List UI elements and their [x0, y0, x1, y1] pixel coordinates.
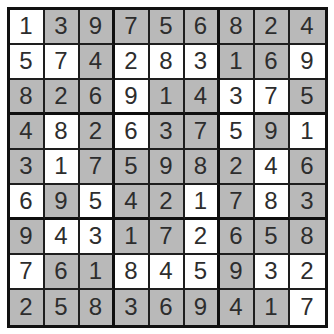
sudoku-cell-r6c5[interactable]: 2 [150, 185, 185, 220]
sudoku-cell-r6c9[interactable]: 3 [290, 185, 325, 220]
sudoku-cell-r1c4[interactable]: 7 [115, 10, 150, 45]
sudoku-cell-r2c1[interactable]: 5 [10, 45, 45, 80]
sudoku-cell-r2c9[interactable]: 9 [290, 45, 325, 80]
sudoku-cell-r2c2[interactable]: 7 [45, 45, 80, 80]
sudoku-cell-r1c8[interactable]: 2 [255, 10, 290, 45]
sudoku-cell-r8c3[interactable]: 1 [80, 255, 115, 290]
sudoku-cell-r2c3[interactable]: 4 [80, 45, 115, 80]
sudoku-cell-r5c2[interactable]: 1 [45, 150, 80, 185]
sudoku-cell-r4c7[interactable]: 5 [220, 115, 255, 150]
sudoku-cell-r2c4[interactable]: 2 [115, 45, 150, 80]
sudoku-cell-r8c8[interactable]: 3 [255, 255, 290, 290]
sudoku-cell-r3c7[interactable]: 3 [220, 80, 255, 115]
sudoku-cell-r2c7[interactable]: 1 [220, 45, 255, 80]
sudoku-cell-r7c2[interactable]: 4 [45, 220, 80, 255]
sudoku-cell-r6c1[interactable]: 6 [10, 185, 45, 220]
sudoku-cell-r4c4[interactable]: 6 [115, 115, 150, 150]
sudoku-cell-r9c5[interactable]: 6 [150, 290, 185, 325]
sudoku-cell-r7c1[interactable]: 9 [10, 220, 45, 255]
sudoku-cell-r4c9[interactable]: 1 [290, 115, 325, 150]
sudoku-cell-r7c5[interactable]: 7 [150, 220, 185, 255]
sudoku-cell-r6c6[interactable]: 1 [185, 185, 220, 220]
sudoku-cell-r9c8[interactable]: 1 [255, 290, 290, 325]
sudoku-cell-r8c5[interactable]: 4 [150, 255, 185, 290]
sudoku-cell-r8c2[interactable]: 6 [45, 255, 80, 290]
sudoku-cell-r3c9[interactable]: 5 [290, 80, 325, 115]
sudoku-cell-r6c8[interactable]: 8 [255, 185, 290, 220]
sudoku-cell-r9c6[interactable]: 9 [185, 290, 220, 325]
sudoku-cell-r8c9[interactable]: 2 [290, 255, 325, 290]
sudoku-cell-r5c6[interactable]: 8 [185, 150, 220, 185]
sudoku-cell-r4c5[interactable]: 3 [150, 115, 185, 150]
sudoku-cell-r2c8[interactable]: 6 [255, 45, 290, 80]
sudoku-cell-r9c3[interactable]: 8 [80, 290, 115, 325]
sudoku-page: 1397568245742831698269143754826375913175… [0, 0, 334, 334]
sudoku-cell-r3c4[interactable]: 9 [115, 80, 150, 115]
sudoku-cell-r5c4[interactable]: 5 [115, 150, 150, 185]
sudoku-cell-r8c7[interactable]: 9 [220, 255, 255, 290]
sudoku-cell-r9c9[interactable]: 7 [290, 290, 325, 325]
sudoku-cell-r7c9[interactable]: 8 [290, 220, 325, 255]
sudoku-cell-r4c2[interactable]: 8 [45, 115, 80, 150]
sudoku-board: 1397568245742831698269143754826375913175… [7, 7, 328, 328]
sudoku-cell-r8c4[interactable]: 8 [115, 255, 150, 290]
sudoku-cell-r3c2[interactable]: 2 [45, 80, 80, 115]
sudoku-cell-r9c1[interactable]: 2 [10, 290, 45, 325]
sudoku-cell-r7c6[interactable]: 2 [185, 220, 220, 255]
sudoku-cell-r1c5[interactable]: 5 [150, 10, 185, 45]
sudoku-cell-r3c8[interactable]: 7 [255, 80, 290, 115]
sudoku-cell-r7c8[interactable]: 5 [255, 220, 290, 255]
sudoku-cell-r4c3[interactable]: 2 [80, 115, 115, 150]
sudoku-cell-r5c7[interactable]: 2 [220, 150, 255, 185]
sudoku-cell-r2c5[interactable]: 8 [150, 45, 185, 80]
sudoku-cell-r3c3[interactable]: 6 [80, 80, 115, 115]
sudoku-cell-r1c6[interactable]: 6 [185, 10, 220, 45]
sudoku-cell-r7c7[interactable]: 6 [220, 220, 255, 255]
sudoku-cell-r1c2[interactable]: 3 [45, 10, 80, 45]
sudoku-cell-r5c1[interactable]: 3 [10, 150, 45, 185]
sudoku-cell-r1c3[interactable]: 9 [80, 10, 115, 45]
sudoku-cell-r1c7[interactable]: 8 [220, 10, 255, 45]
sudoku-cell-r4c8[interactable]: 9 [255, 115, 290, 150]
sudoku-cell-r8c6[interactable]: 5 [185, 255, 220, 290]
sudoku-cell-r1c1[interactable]: 1 [10, 10, 45, 45]
sudoku-cell-r5c5[interactable]: 9 [150, 150, 185, 185]
sudoku-cell-r6c2[interactable]: 9 [45, 185, 80, 220]
sudoku-cell-r5c8[interactable]: 4 [255, 150, 290, 185]
sudoku-cell-r4c6[interactable]: 7 [185, 115, 220, 150]
sudoku-cell-r5c3[interactable]: 7 [80, 150, 115, 185]
sudoku-cell-r6c4[interactable]: 4 [115, 185, 150, 220]
sudoku-cell-r9c7[interactable]: 4 [220, 290, 255, 325]
sudoku-cell-r4c1[interactable]: 4 [10, 115, 45, 150]
sudoku-cell-r3c6[interactable]: 4 [185, 80, 220, 115]
sudoku-cell-r9c2[interactable]: 5 [45, 290, 80, 325]
sudoku-cell-r7c3[interactable]: 3 [80, 220, 115, 255]
sudoku-cell-r8c1[interactable]: 7 [10, 255, 45, 290]
sudoku-cell-r6c7[interactable]: 7 [220, 185, 255, 220]
sudoku-cell-r3c5[interactable]: 1 [150, 80, 185, 115]
sudoku-cell-r6c3[interactable]: 5 [80, 185, 115, 220]
sudoku-cell-r1c9[interactable]: 4 [290, 10, 325, 45]
sudoku-cell-r2c6[interactable]: 3 [185, 45, 220, 80]
sudoku-cell-r7c4[interactable]: 1 [115, 220, 150, 255]
sudoku-cell-r3c1[interactable]: 8 [10, 80, 45, 115]
sudoku-cell-r5c9[interactable]: 6 [290, 150, 325, 185]
sudoku-cell-r9c4[interactable]: 3 [115, 290, 150, 325]
